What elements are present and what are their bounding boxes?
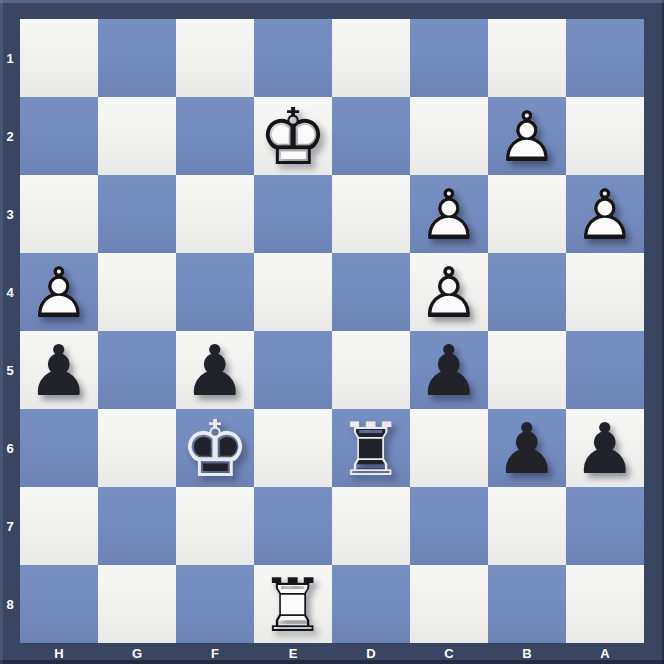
- square-h2[interactable]: [20, 97, 98, 175]
- black-pawn[interactable]: ♟: [410, 331, 488, 409]
- rank-label-4: 4: [0, 253, 20, 331]
- file-label-e: E: [254, 643, 332, 664]
- square-b4[interactable]: [488, 253, 566, 331]
- square-d5[interactable]: [332, 331, 410, 409]
- rank-label-8: 8: [0, 565, 20, 643]
- square-e1[interactable]: [254, 19, 332, 97]
- black-pawn[interactable]: ♟: [566, 409, 644, 487]
- square-c4[interactable]: ♟♙: [410, 253, 488, 331]
- square-c3[interactable]: ♟♙: [410, 175, 488, 253]
- square-g7[interactable]: [98, 487, 176, 565]
- rank-labels: 12345678: [0, 19, 20, 643]
- piece-outline-layer: ♔: [254, 98, 332, 176]
- black-king[interactable]: ♚♔: [176, 409, 254, 487]
- black-pawn[interactable]: ♟: [20, 331, 98, 409]
- piece-solid-layer: ♟: [20, 332, 98, 410]
- square-f5[interactable]: ♟: [176, 331, 254, 409]
- piece-outline-layer: ♔: [176, 410, 254, 488]
- black-rook[interactable]: ♜♖: [332, 409, 410, 487]
- square-e2[interactable]: ♚♔: [254, 97, 332, 175]
- piece-outline-layer: ♖: [332, 410, 410, 488]
- square-g1[interactable]: [98, 19, 176, 97]
- file-label-h: H: [20, 643, 98, 664]
- square-b6[interactable]: ♟: [488, 409, 566, 487]
- square-d8[interactable]: [332, 565, 410, 643]
- square-g2[interactable]: [98, 97, 176, 175]
- square-c5[interactable]: ♟: [410, 331, 488, 409]
- square-e8[interactable]: ♜♖: [254, 565, 332, 643]
- square-h8[interactable]: [20, 565, 98, 643]
- square-a3[interactable]: ♟♙: [566, 175, 644, 253]
- piece-outline-layer: ♙: [410, 254, 488, 332]
- square-h6[interactable]: [20, 409, 98, 487]
- square-h1[interactable]: [20, 19, 98, 97]
- rank-label-5: 5: [0, 331, 20, 409]
- board: ♚♔♟♙♟♙♟♙♟♙♟♙♟♟♟♚♔♜♖♟♟♜♖: [20, 19, 644, 643]
- square-e7[interactable]: [254, 487, 332, 565]
- square-f7[interactable]: [176, 487, 254, 565]
- square-e6[interactable]: [254, 409, 332, 487]
- square-h5[interactable]: ♟: [20, 331, 98, 409]
- square-d2[interactable]: [332, 97, 410, 175]
- square-f1[interactable]: [176, 19, 254, 97]
- file-label-a: A: [566, 643, 644, 664]
- square-c1[interactable]: [410, 19, 488, 97]
- square-d6[interactable]: ♜♖: [332, 409, 410, 487]
- file-label-g: G: [98, 643, 176, 664]
- black-pawn[interactable]: ♟: [488, 409, 566, 487]
- square-c6[interactable]: [410, 409, 488, 487]
- white-pawn[interactable]: ♟♙: [410, 175, 488, 253]
- square-g6[interactable]: [98, 409, 176, 487]
- square-a6[interactable]: ♟: [566, 409, 644, 487]
- square-f8[interactable]: [176, 565, 254, 643]
- square-a8[interactable]: [566, 565, 644, 643]
- rank-label-2: 2: [0, 97, 20, 175]
- square-e3[interactable]: [254, 175, 332, 253]
- rank-label-6: 6: [0, 409, 20, 487]
- square-c7[interactable]: [410, 487, 488, 565]
- piece-solid-layer: ♟: [410, 332, 488, 410]
- square-h3[interactable]: [20, 175, 98, 253]
- square-h7[interactable]: [20, 487, 98, 565]
- rank-label-1: 1: [0, 19, 20, 97]
- square-f3[interactable]: [176, 175, 254, 253]
- square-d1[interactable]: [332, 19, 410, 97]
- piece-solid-layer: ♟: [566, 410, 644, 488]
- white-pawn[interactable]: ♟♙: [566, 175, 644, 253]
- white-rook[interactable]: ♜♖: [254, 565, 332, 643]
- square-e4[interactable]: [254, 253, 332, 331]
- chess-board-frame: 12345678 ♚♔♟♙♟♙♟♙♟♙♟♙♟♟♟♚♔♜♖♟♟♜♖ HGFEDCB…: [0, 0, 664, 664]
- white-king[interactable]: ♚♔: [254, 97, 332, 175]
- white-pawn[interactable]: ♟♙: [488, 97, 566, 175]
- rank-label-7: 7: [0, 487, 20, 565]
- square-b7[interactable]: [488, 487, 566, 565]
- square-a5[interactable]: [566, 331, 644, 409]
- square-g8[interactable]: [98, 565, 176, 643]
- square-a4[interactable]: [566, 253, 644, 331]
- square-c2[interactable]: [410, 97, 488, 175]
- rank-label-3: 3: [0, 175, 20, 253]
- square-c8[interactable]: [410, 565, 488, 643]
- piece-outline-layer: ♙: [566, 176, 644, 254]
- white-pawn[interactable]: ♟♙: [20, 253, 98, 331]
- piece-outline-layer: ♙: [20, 254, 98, 332]
- file-label-c: C: [410, 643, 488, 664]
- file-label-d: D: [332, 643, 410, 664]
- square-g5[interactable]: [98, 331, 176, 409]
- square-b2[interactable]: ♟♙: [488, 97, 566, 175]
- piece-solid-layer: ♟: [176, 332, 254, 410]
- file-label-b: B: [488, 643, 566, 664]
- piece-outline-layer: ♙: [488, 98, 566, 176]
- square-d7[interactable]: [332, 487, 410, 565]
- square-a7[interactable]: [566, 487, 644, 565]
- square-b1[interactable]: [488, 19, 566, 97]
- square-f6[interactable]: ♚♔: [176, 409, 254, 487]
- square-e5[interactable]: [254, 331, 332, 409]
- file-label-f: F: [176, 643, 254, 664]
- square-d3[interactable]: [332, 175, 410, 253]
- square-b8[interactable]: [488, 565, 566, 643]
- piece-solid-layer: ♟: [488, 410, 566, 488]
- square-f2[interactable]: [176, 97, 254, 175]
- piece-outline-layer: ♖: [254, 566, 332, 644]
- square-a1[interactable]: [566, 19, 644, 97]
- square-b3[interactable]: [488, 175, 566, 253]
- white-pawn[interactable]: ♟♙: [410, 253, 488, 331]
- square-g4[interactable]: [98, 253, 176, 331]
- square-a2[interactable]: [566, 97, 644, 175]
- file-labels: HGFEDCBA: [20, 643, 644, 664]
- square-b5[interactable]: [488, 331, 566, 409]
- square-f4[interactable]: [176, 253, 254, 331]
- black-pawn[interactable]: ♟: [176, 331, 254, 409]
- square-d4[interactable]: [332, 253, 410, 331]
- piece-outline-layer: ♙: [410, 176, 488, 254]
- square-g3[interactable]: [98, 175, 176, 253]
- square-h4[interactable]: ♟♙: [20, 253, 98, 331]
